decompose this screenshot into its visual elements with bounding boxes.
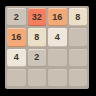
empty-cell bbox=[69, 69, 88, 87]
tile-16: 16 bbox=[48, 8, 67, 26]
tile-8: 8 bbox=[69, 8, 88, 26]
empty-cell bbox=[48, 49, 67, 67]
tile-16: 16 bbox=[7, 28, 26, 46]
empty-cell bbox=[48, 69, 67, 87]
screenshot-frame: 232168168442 bbox=[0, 0, 96, 96]
empty-cell bbox=[7, 69, 26, 87]
tile-2: 2 bbox=[7, 8, 26, 26]
tile-4: 4 bbox=[7, 49, 26, 67]
tile-32: 32 bbox=[28, 8, 47, 26]
empty-cell bbox=[28, 69, 47, 87]
empty-cell bbox=[69, 49, 88, 67]
empty-cell bbox=[69, 28, 88, 46]
tile-8: 8 bbox=[28, 28, 47, 46]
game-board-2048[interactable]: 232168168442 bbox=[5, 6, 89, 89]
tile-4: 4 bbox=[48, 28, 67, 46]
tile-2: 2 bbox=[28, 49, 47, 67]
